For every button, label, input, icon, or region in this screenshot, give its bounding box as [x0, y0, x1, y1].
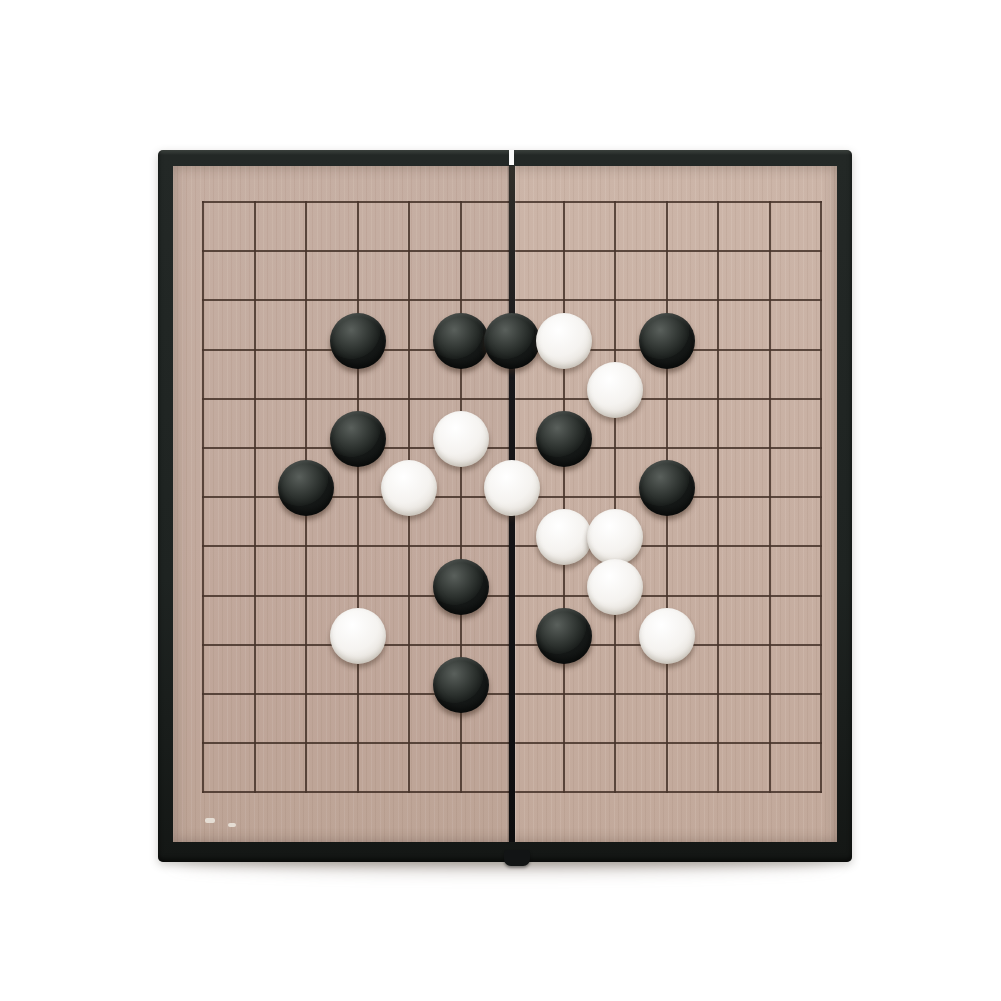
- black-stone[interactable]: [433, 657, 489, 713]
- white-stone[interactable]: [536, 509, 592, 565]
- black-stone[interactable]: [433, 559, 489, 615]
- bottom-hinge-knob: [504, 850, 530, 866]
- black-stone[interactable]: [639, 460, 695, 516]
- white-stone[interactable]: [330, 608, 386, 664]
- board-surface: [173, 166, 837, 842]
- white-stone[interactable]: [381, 460, 437, 516]
- grid-line-vertical: [717, 201, 719, 793]
- black-stone[interactable]: [330, 313, 386, 369]
- black-stone[interactable]: [639, 313, 695, 369]
- black-stone[interactable]: [536, 608, 592, 664]
- black-stone[interactable]: [536, 411, 592, 467]
- white-stone[interactable]: [484, 460, 540, 516]
- grid-line-vertical: [563, 201, 565, 793]
- white-stone[interactable]: [639, 608, 695, 664]
- black-stone[interactable]: [433, 313, 489, 369]
- white-stone[interactable]: [587, 559, 643, 615]
- white-stone[interactable]: [587, 362, 643, 418]
- grid-line-vertical: [614, 201, 616, 793]
- black-stone[interactable]: [484, 313, 540, 369]
- grid-line-vertical: [820, 201, 822, 793]
- go-board: [158, 150, 852, 862]
- black-stone[interactable]: [330, 411, 386, 467]
- grid-line-vertical: [769, 201, 771, 793]
- black-stone[interactable]: [278, 460, 334, 516]
- top-hinge-notch: [509, 150, 514, 165]
- frame-speck: [205, 818, 215, 823]
- frame-speck: [228, 823, 236, 827]
- white-stone[interactable]: [536, 313, 592, 369]
- white-stone[interactable]: [433, 411, 489, 467]
- white-stone[interactable]: [587, 509, 643, 565]
- product-photo-background: [0, 0, 1001, 1001]
- left-board-half-shade: [173, 166, 513, 842]
